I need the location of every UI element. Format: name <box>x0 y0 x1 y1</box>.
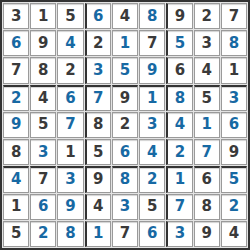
cell-r6c3[interactable]: 1 <box>57 139 83 165</box>
cell-r8c1[interactable]: 1 <box>3 194 29 220</box>
cell-r5c7[interactable]: 4 <box>166 112 192 138</box>
cell-r6c7[interactable]: 2 <box>166 139 192 165</box>
cell-r8c8[interactable]: 8 <box>194 194 220 220</box>
cell-r2c8[interactable]: 3 <box>194 30 220 56</box>
cell-r3c4[interactable]: 3 <box>85 57 111 83</box>
cell-r3c6[interactable]: 9 <box>139 57 165 83</box>
cell-r1c5[interactable]: 4 <box>112 3 138 29</box>
cell-r4c2[interactable]: 4 <box>30 85 56 111</box>
cell-r9c1[interactable]: 5 <box>3 221 29 247</box>
cell-r9c9[interactable]: 4 <box>221 221 247 247</box>
cell-r7c1[interactable]: 4 <box>3 166 29 192</box>
cell-r9c2[interactable]: 2 <box>30 221 56 247</box>
cell-r8c3[interactable]: 9 <box>57 194 83 220</box>
cell-r5c3[interactable]: 7 <box>57 112 83 138</box>
cell-r2c7[interactable]: 5 <box>166 30 192 56</box>
cell-r1c8[interactable]: 2 <box>194 3 220 29</box>
cell-r9c7[interactable]: 3 <box>166 221 192 247</box>
cell-r5c6[interactable]: 3 <box>139 112 165 138</box>
cell-r8c6[interactable]: 5 <box>139 194 165 220</box>
cell-r4c8[interactable]: 5 <box>194 85 220 111</box>
cell-r1c1[interactable]: 3 <box>3 3 29 29</box>
cell-r3c2[interactable]: 8 <box>30 57 56 83</box>
cell-r5c8[interactable]: 1 <box>194 112 220 138</box>
cell-r8c4[interactable]: 4 <box>85 194 111 220</box>
cell-r2c5[interactable]: 1 <box>112 30 138 56</box>
cell-r9c4[interactable]: 1 <box>85 221 111 247</box>
cell-r2c1[interactable]: 6 <box>3 30 29 56</box>
cell-r4c4[interactable]: 7 <box>85 85 111 111</box>
cell-r4c5[interactable]: 9 <box>112 85 138 111</box>
cell-r2c2[interactable]: 9 <box>30 30 56 56</box>
cell-r1c6[interactable]: 8 <box>139 3 165 29</box>
cell-r8c5[interactable]: 3 <box>112 194 138 220</box>
cell-r2c9[interactable]: 8 <box>221 30 247 56</box>
cell-r3c8[interactable]: 4 <box>194 57 220 83</box>
cell-r4c6[interactable]: 1 <box>139 85 165 111</box>
cell-r2c6[interactable]: 7 <box>139 30 165 56</box>
cell-r3c1[interactable]: 7 <box>3 57 29 83</box>
cell-r7c8[interactable]: 6 <box>194 166 220 192</box>
cell-r9c3[interactable]: 8 <box>57 221 83 247</box>
cell-r5c5[interactable]: 2 <box>112 112 138 138</box>
cell-r7c3[interactable]: 3 <box>57 166 83 192</box>
cell-r7c4[interactable]: 9 <box>85 166 111 192</box>
cell-r2c4[interactable]: 2 <box>85 30 111 56</box>
cell-r7c7[interactable]: 1 <box>166 166 192 192</box>
cell-r6c4[interactable]: 5 <box>85 139 111 165</box>
cell-r5c9[interactable]: 6 <box>221 112 247 138</box>
cell-r9c6[interactable]: 6 <box>139 221 165 247</box>
cell-r4c7[interactable]: 8 <box>166 85 192 111</box>
cell-r6c6[interactable]: 4 <box>139 139 165 165</box>
sudoku-board: 3156489276942175387823596412467918539578… <box>0 0 250 250</box>
cell-r3c9[interactable]: 1 <box>221 57 247 83</box>
cell-r6c9[interactable]: 9 <box>221 139 247 165</box>
cell-r5c1[interactable]: 9 <box>3 112 29 138</box>
cell-r6c1[interactable]: 8 <box>3 139 29 165</box>
cell-r2c3[interactable]: 4 <box>57 30 83 56</box>
cell-r7c9[interactable]: 5 <box>221 166 247 192</box>
cell-r1c4[interactable]: 6 <box>85 3 111 29</box>
cell-r9c5[interactable]: 7 <box>112 221 138 247</box>
cell-r4c9[interactable]: 3 <box>221 85 247 111</box>
cell-r1c9[interactable]: 7 <box>221 3 247 29</box>
cell-r4c3[interactable]: 6 <box>57 85 83 111</box>
cell-r3c5[interactable]: 5 <box>112 57 138 83</box>
cell-r6c5[interactable]: 6 <box>112 139 138 165</box>
cell-r1c3[interactable]: 5 <box>57 3 83 29</box>
cell-r7c2[interactable]: 7 <box>30 166 56 192</box>
cell-r1c7[interactable]: 9 <box>166 3 192 29</box>
cell-r7c5[interactable]: 8 <box>112 166 138 192</box>
cell-r9c8[interactable]: 9 <box>194 221 220 247</box>
cell-r8c7[interactable]: 7 <box>166 194 192 220</box>
cell-r1c2[interactable]: 1 <box>30 3 56 29</box>
cell-r3c7[interactable]: 6 <box>166 57 192 83</box>
cell-r8c9[interactable]: 2 <box>221 194 247 220</box>
cell-r5c4[interactable]: 8 <box>85 112 111 138</box>
cell-r4c1[interactable]: 2 <box>3 85 29 111</box>
cell-r5c2[interactable]: 5 <box>30 112 56 138</box>
cell-r8c2[interactable]: 6 <box>30 194 56 220</box>
cell-r3c3[interactable]: 2 <box>57 57 83 83</box>
cell-r6c2[interactable]: 3 <box>30 139 56 165</box>
cell-r6c8[interactable]: 7 <box>194 139 220 165</box>
cell-r7c6[interactable]: 2 <box>139 166 165 192</box>
